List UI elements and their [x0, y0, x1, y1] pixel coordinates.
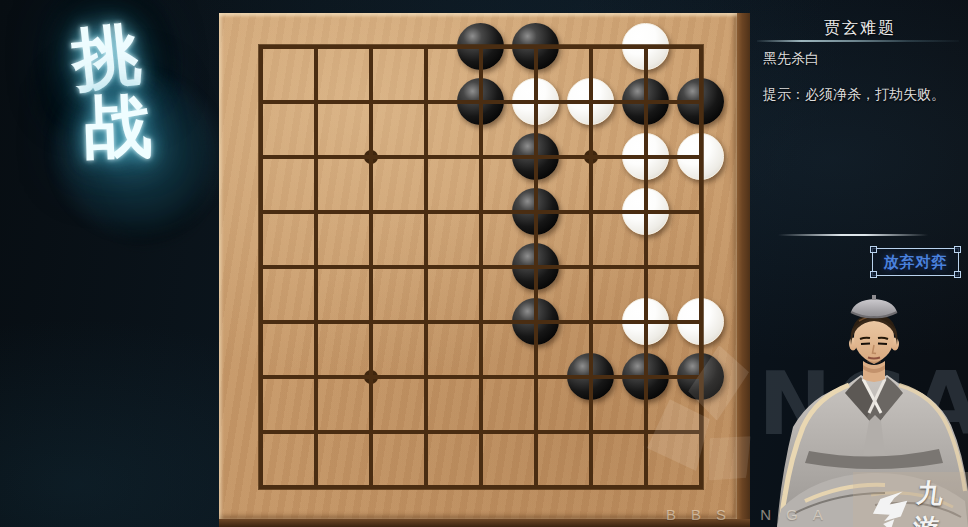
give-up-button[interactable]: 放弃对弈: [872, 248, 959, 276]
panel-divider: [778, 234, 928, 236]
bbs-watermark-letters: BBS NGA: [666, 506, 838, 523]
button-corner-knob: [954, 246, 961, 253]
give-up-button-label: 放弃对弈: [884, 253, 948, 272]
puzzle-objective: 黑先杀白: [763, 50, 819, 68]
puzzle-hint: 提示：必须净杀，打劫失败。: [763, 86, 945, 104]
grid-lines: [259, 45, 703, 489]
challenge-banner-char-1: 挑: [55, 17, 158, 95]
title-underline: [757, 40, 959, 42]
site-logo: 九游: [872, 476, 968, 527]
site-logo-glyph-icon: [872, 490, 909, 527]
button-corner-knob: [870, 246, 877, 253]
game-screen: 挑 战 贾玄难题 黑先杀白 提示：必须净杀，打劫失败。 放弃对弈 NGA: [0, 0, 968, 527]
challenge-banner-char-2: 战: [69, 90, 167, 161]
puzzle-title: 贾玄难题: [755, 18, 965, 39]
site-logo-text: 九游: [911, 476, 968, 527]
button-corner-knob: [954, 271, 961, 278]
button-corner-knob: [870, 271, 877, 278]
